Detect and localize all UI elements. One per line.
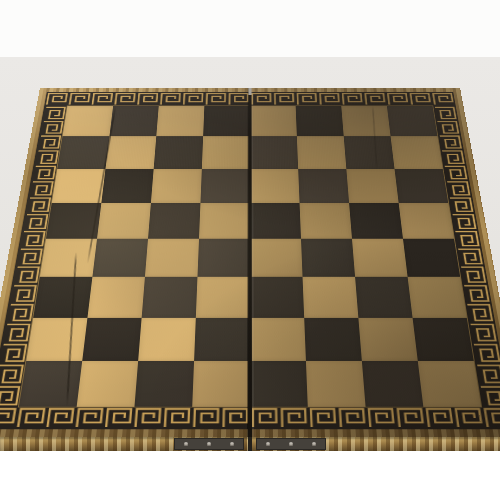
square-c6[interactable] [151,169,202,203]
screw-icon [289,442,293,446]
square-c7[interactable] [154,136,203,168]
square-g2[interactable] [358,317,417,360]
square-f3[interactable] [303,277,359,318]
square-b4[interactable] [92,239,148,277]
square-c5[interactable] [148,203,200,239]
square-d3[interactable] [196,277,250,318]
square-d6[interactable] [200,169,250,203]
square-h8[interactable] [387,106,438,136]
square-g4[interactable] [352,239,408,277]
photo-frame [0,0,500,500]
square-a3[interactable] [33,277,92,318]
square-a2[interactable] [26,317,87,360]
hinge-plate [256,438,326,450]
square-h5[interactable] [399,203,454,239]
square-e1[interactable] [250,361,308,407]
screw-icon [184,442,188,446]
square-b7[interactable] [106,136,157,168]
square-d8[interactable] [203,106,250,136]
square-e5[interactable] [250,203,301,239]
square-d1[interactable] [192,361,250,407]
screw-icon [266,442,270,446]
square-b2[interactable] [82,317,141,360]
square-e8[interactable] [250,106,297,136]
fold-gap [248,437,252,451]
square-g5[interactable] [349,203,403,239]
square-f5[interactable] [300,203,352,239]
square-e7[interactable] [250,136,298,168]
square-a7[interactable] [57,136,109,168]
square-f4[interactable] [301,239,355,277]
square-f1[interactable] [306,361,366,407]
square-g1[interactable] [362,361,423,407]
square-d7[interactable] [202,136,250,168]
chessboard [0,88,500,437]
square-e4[interactable] [250,239,303,277]
square-c8[interactable] [156,106,204,136]
square-b8[interactable] [109,106,158,136]
screw-icon [207,442,211,446]
hinge-plate [174,438,244,450]
square-h2[interactable] [413,317,474,360]
hinge-seam [248,88,252,437]
square-g3[interactable] [355,277,412,318]
square-b6[interactable] [101,169,153,203]
square-c2[interactable] [138,317,196,360]
square-h1[interactable] [418,361,481,407]
square-f6[interactable] [298,169,349,203]
square-d4[interactable] [197,239,250,277]
square-c4[interactable] [145,239,199,277]
screw-icon [312,442,316,446]
backdrop-upper [0,0,500,57]
square-g6[interactable] [346,169,398,203]
square-b5[interactable] [97,203,151,239]
square-h3[interactable] [408,277,467,318]
square-h7[interactable] [391,136,443,168]
square-g8[interactable] [341,106,390,136]
square-e3[interactable] [250,277,304,318]
gilt-front-rim [0,437,500,451]
square-h4[interactable] [403,239,460,277]
square-g7[interactable] [344,136,395,168]
square-d5[interactable] [199,203,250,239]
square-f8[interactable] [296,106,344,136]
square-c3[interactable] [142,277,198,318]
square-b3[interactable] [87,277,144,318]
square-f2[interactable] [304,317,362,360]
square-f7[interactable] [297,136,346,168]
square-c1[interactable] [134,361,194,407]
square-e2[interactable] [250,317,306,360]
square-e6[interactable] [250,169,300,203]
square-b1[interactable] [77,361,138,407]
square-a8[interactable] [63,106,114,136]
square-d2[interactable] [194,317,250,360]
screw-icon [230,442,234,446]
square-h6[interactable] [394,169,448,203]
square-a1[interactable] [19,361,82,407]
